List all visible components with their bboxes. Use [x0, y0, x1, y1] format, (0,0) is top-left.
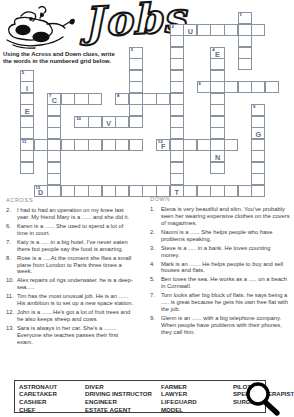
word-bank-word: ESTATE AGENT [85, 406, 152, 414]
clue-number: 5 [22, 71, 24, 76]
grid-cell[interactable] [142, 93, 156, 105]
grid-cell[interactable]: I [20, 81, 34, 93]
word-bank-word: FARMER [161, 383, 197, 391]
grid-cell[interactable] [170, 35, 184, 47]
grid-cell[interactable] [20, 127, 34, 139]
grid-cell[interactable] [210, 70, 224, 82]
clue-item-text: Elena is very beautiful and slim. You've… [161, 206, 290, 227]
grid-cell[interactable] [102, 185, 116, 197]
grid-cell[interactable]: 11 [20, 139, 34, 151]
word-bank-word: CHEF [19, 406, 57, 414]
word-bank-word: CASHIER [19, 398, 57, 406]
grid-cell[interactable] [170, 116, 184, 128]
clue-item-text: I had to had an operation on my knee las… [17, 207, 133, 221]
grid-cell[interactable] [20, 93, 34, 105]
grid-cell[interactable] [238, 185, 252, 197]
grid-cell[interactable]: 3 [129, 47, 143, 59]
grid-cell[interactable] [170, 47, 184, 59]
grid-cell[interactable]: 13D [34, 185, 48, 197]
grid-cell[interactable]: 12F [156, 139, 170, 151]
grid-cell[interactable] [129, 139, 143, 151]
grid-cell[interactable] [238, 24, 252, 36]
word-bank-word: DIVER [85, 383, 152, 391]
grid-cell[interactable] [129, 93, 143, 105]
grid-cell[interactable] [238, 81, 252, 93]
grid-cell[interactable] [210, 139, 224, 151]
clue-item: 10.Alex repairs oil rigs underwater. he … [6, 277, 133, 291]
grid-cell[interactable] [47, 127, 61, 139]
grid-cell[interactable]: 1 [238, 12, 252, 24]
grid-cell[interactable] [142, 185, 156, 197]
clue-item: 9.Glenn is an ...... with a big telephon… [150, 315, 290, 336]
clue-number: 11 [22, 140, 27, 145]
clue-item-number: 2. [6, 207, 17, 221]
clue-item: 11.Tim has the most unusual job. He is a… [6, 293, 133, 307]
grid-cell[interactable] [47, 150, 61, 162]
grid-cell[interactable] [47, 173, 61, 185]
clue-item-number: 2. [150, 229, 161, 243]
word-bank-column: DIVERDRIVING INSTRUCTORENGINEERESTATE AG… [85, 383, 152, 414]
grid-cell[interactable] [210, 81, 224, 93]
grid-cell[interactable] [129, 185, 143, 197]
grid-cell[interactable] [210, 185, 224, 197]
grid-cell[interactable] [170, 93, 184, 105]
across-clues-section: ACROSS 2.I had to had an operation on my… [6, 197, 133, 348]
grid-cell[interactable] [197, 185, 211, 197]
grid-cell[interactable] [88, 93, 102, 105]
grid-cell[interactable] [210, 93, 224, 105]
grid-cell[interactable] [115, 139, 129, 151]
grid-cell[interactable] [170, 173, 184, 185]
across-header: ACROSS [6, 197, 133, 204]
clue-item: 8.Rose is a .....At the moment she flies… [6, 255, 133, 276]
clue-item-number: 1. [150, 206, 161, 227]
down-clue-list: 1.Elena is very beautiful and slim. You'… [150, 206, 290, 336]
clue-item: 12.John is a ...... He's got a lot of fr… [6, 309, 133, 323]
grid-cell[interactable]: 5 [20, 70, 34, 82]
clue-item: 6.Karen is a ...... She used to spend a … [6, 223, 133, 237]
grid-cell[interactable]: 2 [170, 24, 184, 36]
word-bank-word: LAWYER [161, 390, 197, 398]
clue-item-text: Tom looks after big block of flats. he s… [161, 292, 290, 313]
clue-item-text: Steve is a ..... in a bank. He loves cou… [161, 245, 290, 259]
down-header: DOWN [150, 196, 290, 203]
clue-item-text: Tim has the most unusual job. He is an .… [17, 293, 133, 307]
grid-cell[interactable] [47, 104, 61, 116]
grid-cell[interactable] [170, 150, 184, 162]
grid-cell[interactable] [210, 116, 224, 128]
clue-item: 2.Naomi is a ...... She helps people who… [150, 229, 290, 243]
word-bank-word: CARETAKER [19, 390, 57, 398]
across-clue-list: 2.I had to had an operation on my knee l… [6, 207, 133, 346]
grid-cell[interactable] [88, 185, 102, 197]
clue-item-number: 4. [150, 261, 161, 275]
grid-cell[interactable] [170, 81, 184, 93]
clue-item-text: Rose is a .....At the moment she flies a… [17, 255, 133, 276]
word-bank-word: MODEL [161, 406, 197, 414]
grid-cell[interactable] [238, 58, 252, 70]
clue-item: 7.Katy is a ..... in a big hotel. I've n… [6, 239, 133, 253]
grid-cell[interactable] [170, 162, 184, 174]
grid-cell[interactable] [129, 116, 143, 128]
clue-item-text: Glenn is an ...... with a big telephone … [161, 315, 290, 336]
grid-cell[interactable] [183, 139, 197, 151]
grid-cell[interactable] [251, 139, 265, 151]
clue-item: 7.Tom looks after big block of flats. he… [150, 292, 290, 313]
clue-number: 10 [76, 117, 81, 122]
grid-cell[interactable] [183, 185, 197, 197]
grid-cell[interactable] [170, 139, 184, 151]
grid-cell[interactable]: 9 [251, 104, 265, 116]
grid-cell[interactable] [61, 185, 75, 197]
down-clues-section: DOWN 1.Elena is very beautiful and slim.… [150, 196, 290, 338]
grid-cell[interactable] [251, 81, 265, 93]
grid-cell[interactable] [115, 116, 129, 128]
clue-item-text: John is a ...... He's got a lot of fruit… [17, 309, 133, 323]
grid-cell[interactable] [129, 58, 143, 70]
grid-cell[interactable]: U [183, 24, 197, 36]
grid-cell[interactable]: E [20, 104, 34, 116]
given-letter: U [184, 26, 196, 37]
grid-cell[interactable] [251, 162, 265, 174]
clue-item-text: Sara is always in her car. She's a .....… [17, 325, 133, 346]
clue-item-text: Naomi is a ...... She helps people who h… [161, 229, 290, 243]
grid-cell[interactable] [20, 116, 34, 128]
grid-cell[interactable] [156, 185, 170, 197]
clue-item-number: 9. [150, 315, 161, 336]
grid-cell[interactable] [251, 116, 265, 128]
clue-item: 5.Ben loves the sea. He works as a .....… [150, 276, 290, 290]
clue-item: 2.I had to had an operation on my knee l… [6, 207, 133, 221]
grid-cell[interactable] [115, 185, 129, 197]
grid-cell[interactable]: 4E [210, 47, 224, 59]
grid-cell[interactable] [251, 185, 265, 197]
grid-cell[interactable] [170, 58, 184, 70]
grid-cell[interactable] [34, 139, 48, 151]
grid-cell[interactable]: 6 [197, 81, 211, 93]
grid-cell[interactable] [74, 139, 88, 151]
grid-cell[interactable] [47, 162, 61, 174]
grid-cell[interactable] [156, 93, 170, 105]
clue-item-text: Alex repairs oil rigs underwater. he is … [17, 277, 133, 291]
grid-cell[interactable] [210, 127, 224, 139]
word-bank: ASTRONAUTCARETAKERCASHIERCHEFDIVERDRIVIN… [14, 380, 266, 413]
grid-cell[interactable]: 10 [74, 116, 88, 128]
grid-cell[interactable] [265, 81, 279, 93]
clue-number: 1 [239, 13, 241, 18]
grid-cell[interactable] [20, 150, 34, 162]
word-bank-column: FARMERLAWYERLIFEGUARDMODEL [161, 383, 197, 414]
word-bank-word: DRIVING INSTRUCTOR [85, 390, 152, 398]
grid-cell[interactable] [129, 70, 143, 82]
word-bank-word: ENGINEER [85, 398, 152, 406]
worksheet-page: Jobs Using the Across and Down clues, wr… [0, 0, 294, 417]
clue-item-number: 13. [6, 325, 17, 346]
clue-number: 8 [117, 94, 119, 99]
clue-item-number: 10. [6, 277, 17, 291]
clue-item: 1.Elena is very beautiful and slim. You'… [150, 206, 290, 227]
clue-item-number: 11. [6, 293, 17, 307]
clue-item-number: 7. [6, 239, 17, 253]
clue-number: 3 [131, 48, 133, 53]
grid-cell[interactable]: G [251, 127, 265, 139]
grid-cell[interactable] [251, 173, 265, 185]
grid-cell[interactable] [224, 139, 238, 151]
grid-cell[interactable] [61, 139, 75, 151]
word-bank-word: LIFEGUARD [161, 398, 197, 406]
clue-item-number: 12. [6, 309, 17, 323]
clue-item-number: 3. [150, 245, 161, 259]
painter-cartoon-illustration [1, 4, 91, 50]
grid-cell[interactable] [102, 139, 116, 151]
word-bank-column: ASTRONAUTCARETAKERCASHIERCHEF [19, 383, 57, 414]
grid-cell[interactable] [74, 93, 88, 105]
grid-cell[interactable]: 8 [115, 93, 129, 105]
grid-cell[interactable] [251, 24, 265, 36]
grid-cell[interactable] [61, 93, 75, 105]
grid-cell[interactable] [74, 185, 88, 197]
clue-item-number: 5. [150, 276, 161, 290]
grid-cell[interactable] [210, 162, 224, 174]
word-bank-word: ASTRONAUT [19, 383, 57, 391]
grid-cell[interactable] [47, 139, 61, 151]
grid-cell[interactable] [224, 185, 238, 197]
grid-cell[interactable] [20, 162, 34, 174]
clue-item-text: Ben loves the sea. He works as a ..... o… [161, 276, 290, 290]
grid-cell[interactable] [210, 58, 224, 70]
clue-item-text: Mark is an ....... He helps people to bu… [161, 261, 290, 275]
grid-cell[interactable]: V [102, 116, 116, 128]
grid-cell[interactable] [129, 81, 143, 93]
clue-number: 9 [253, 105, 255, 110]
clue-number: 6 [199, 82, 201, 87]
clue-item: 13.Sara is always in her car. She's a ..… [6, 325, 133, 346]
grid-cell[interactable] [210, 104, 224, 116]
grid-cell[interactable] [238, 47, 252, 59]
grid-cell[interactable] [224, 24, 238, 36]
grid-cell[interactable] [88, 116, 102, 128]
grid-cell[interactable]: N [210, 150, 224, 162]
grid-cell[interactable]: 7C [47, 93, 61, 105]
grid-cell[interactable] [88, 139, 102, 151]
grid-cell[interactable] [238, 35, 252, 47]
grid-cell[interactable] [129, 104, 143, 116]
clue-item-number: 7. [150, 292, 161, 313]
given-letter: F [157, 141, 169, 152]
clue-item: 4.Mark is an ....... He helps people to … [150, 261, 290, 275]
given-letter: D [35, 187, 47, 198]
grid-cell[interactable] [170, 104, 184, 116]
grid-cell[interactable] [170, 127, 184, 139]
clue-item-text: Katy is a ..... in a big hotel. I've nev… [17, 239, 133, 253]
grid-cell[interactable] [224, 81, 238, 93]
instructions-text: Using the Across and Down clues, write t… [3, 51, 115, 65]
grid-cell[interactable] [251, 150, 265, 162]
clue-item-number: 8. [6, 255, 17, 276]
magnifier-icon [243, 381, 285, 416]
clue-item: 3.Steve is a ..... in a bank. He loves c… [150, 245, 290, 259]
grid-cell[interactable] [197, 24, 211, 36]
grid-cell[interactable] [170, 70, 184, 82]
grid-cell[interactable] [47, 185, 61, 197]
clue-number: 2 [171, 25, 173, 30]
grid-cell[interactable] [47, 116, 61, 128]
clue-item-text: Karen is a ...... She used to spend a lo… [17, 223, 133, 237]
grid-cell[interactable] [197, 139, 211, 151]
clue-item-number: 6. [6, 223, 17, 237]
grid-cell[interactable]: T [170, 185, 184, 197]
grid-cell[interactable] [210, 24, 224, 36]
given-letter: V [103, 118, 115, 129]
